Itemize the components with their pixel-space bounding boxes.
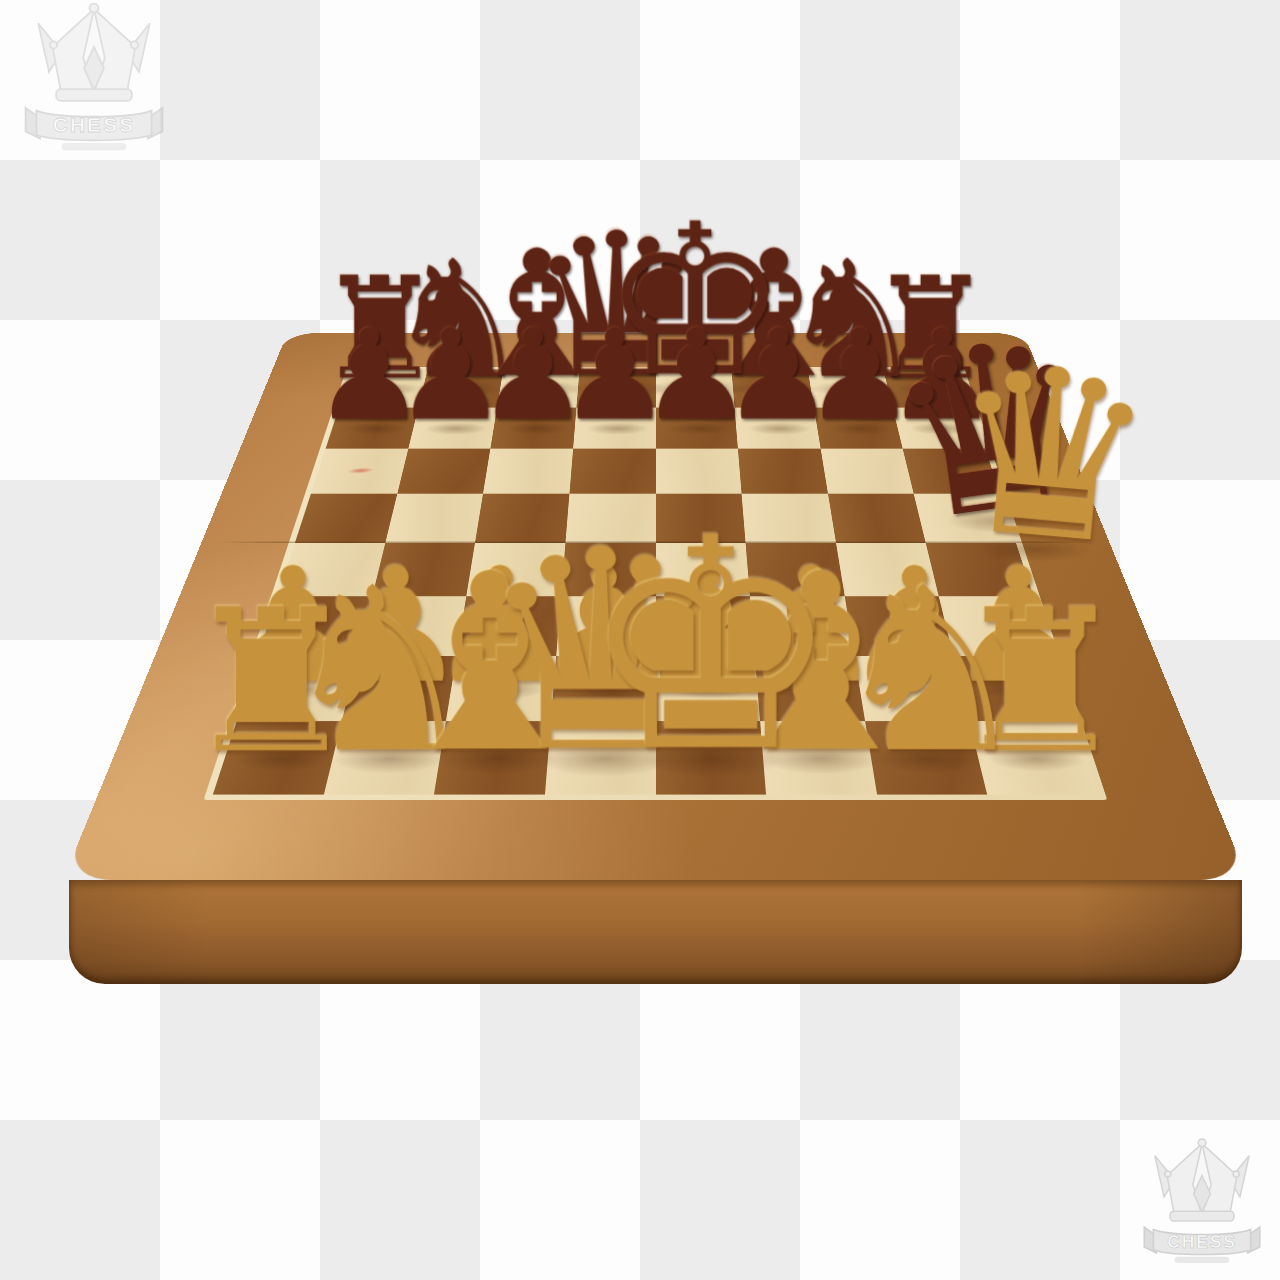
square-b8 <box>418 369 503 407</box>
square-d7 <box>573 407 655 448</box>
watermark-brand-text: CHESS <box>1167 1232 1237 1252</box>
watermark-brand-text: CHESS <box>53 113 136 136</box>
square-f2 <box>755 656 865 722</box>
square-d8 <box>576 369 655 407</box>
square-d3 <box>556 596 655 655</box>
square-d4 <box>561 543 656 597</box>
square-e2 <box>656 656 761 722</box>
square-b2 <box>341 656 456 722</box>
square-a3 <box>258 596 372 655</box>
square-f4 <box>746 543 845 597</box>
watermark-tagline-blur <box>1175 1257 1230 1263</box>
square-f1 <box>760 721 877 794</box>
square-b1 <box>323 721 446 794</box>
square-d5 <box>565 494 655 543</box>
square-f7 <box>735 407 821 448</box>
square-f3 <box>750 596 854 655</box>
square-d1 <box>545 721 656 794</box>
board-frame: ♜♞♝♛♚♝♞♜♟♟♟♟♟♟♟♟♟♟♟♟♟♟♟♟♜♞♝♛♚♝♞♜♛♛ <box>63 333 1248 880</box>
square-b6 <box>397 449 490 494</box>
watermark-tagline-blur <box>62 143 127 150</box>
square-a7 <box>326 407 419 448</box>
square-c6 <box>483 449 573 494</box>
square-g7 <box>814 407 903 448</box>
square-h3 <box>939 596 1053 655</box>
square-a2 <box>237 656 358 722</box>
square-g8 <box>808 369 893 407</box>
square-h2 <box>954 656 1075 722</box>
square-e7 <box>656 407 738 448</box>
square-c5 <box>475 494 569 543</box>
square-a5 <box>295 494 397 543</box>
square-c1 <box>434 721 551 794</box>
square-h4 <box>926 543 1034 597</box>
board-front-edge <box>69 880 1242 984</box>
chess-logo-watermark: CHESS <box>1126 1136 1278 1271</box>
square-h8 <box>884 369 972 407</box>
square-h7 <box>893 407 986 448</box>
square-c3 <box>457 596 561 655</box>
square-b3 <box>357 596 466 655</box>
square-d2 <box>551 656 656 722</box>
chess-set-product-photo: CHESS CHESS <box>0 0 1280 1280</box>
chess-board-scene: ♜♞♝♛♚♝♞♜♟♟♟♟♟♟♟♟♟♟♟♟♟♟♟♟♜♞♝♛♚♝♞♜♛♛ <box>63 333 1248 880</box>
square-c8 <box>497 369 579 407</box>
square-a8 <box>339 369 427 407</box>
square-e1 <box>656 721 767 794</box>
square-a4 <box>277 543 385 597</box>
square-g3 <box>845 596 954 655</box>
square-f6 <box>738 449 828 494</box>
square-g2 <box>854 656 969 722</box>
square-c7 <box>491 407 577 448</box>
square-h6 <box>903 449 1000 494</box>
square-e4 <box>656 543 751 597</box>
square-g4 <box>836 543 939 597</box>
square-h5 <box>914 494 1016 543</box>
square-c2 <box>446 656 556 722</box>
crown-icon: CHESS <box>4 0 184 160</box>
square-f5 <box>742 494 836 543</box>
square-e8 <box>656 369 735 407</box>
square-d6 <box>569 449 655 494</box>
square-g1 <box>865 721 988 794</box>
chess-logo-watermark: CHESS <box>4 0 184 160</box>
square-e5 <box>656 494 746 543</box>
square-g5 <box>828 494 926 543</box>
square-g6 <box>820 449 913 494</box>
hinge-seam <box>215 541 1096 543</box>
square-f8 <box>732 369 814 407</box>
square-b5 <box>385 494 483 543</box>
square-e3 <box>656 596 755 655</box>
square-b7 <box>408 407 497 448</box>
board-squares-grid <box>213 369 1098 794</box>
square-c4 <box>466 543 565 597</box>
square-e6 <box>656 449 742 494</box>
square-b4 <box>372 543 475 597</box>
square-a1 <box>213 721 342 794</box>
crown-icon: CHESS <box>1126 1136 1278 1271</box>
